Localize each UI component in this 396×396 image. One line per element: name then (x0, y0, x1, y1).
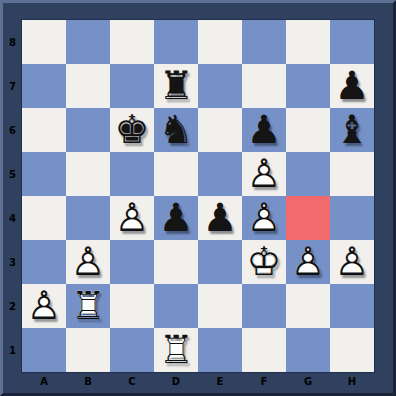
white-rook[interactable]: ♜♖ (66, 284, 110, 328)
file-label-d: D (154, 372, 198, 391)
square-d6[interactable]: ♞ (154, 108, 198, 152)
square-b1[interactable] (66, 328, 110, 372)
square-b7[interactable] (66, 64, 110, 108)
black-pawn[interactable]: ♟ (242, 108, 286, 152)
file-label-g: G (286, 372, 330, 391)
black-bishop[interactable]: ♝ (330, 108, 374, 152)
square-d4[interactable]: ♟ (154, 196, 198, 240)
black-knight[interactable]: ♞ (154, 108, 198, 152)
square-f4[interactable]: ♟♙ (242, 196, 286, 240)
square-b6[interactable] (66, 108, 110, 152)
file-labels: ABCDEFGH (22, 372, 374, 391)
square-g6[interactable] (286, 108, 330, 152)
rank-label-1: 1 (3, 328, 22, 372)
square-h6[interactable]: ♝ (330, 108, 374, 152)
white-pawn[interactable]: ♟♙ (22, 284, 66, 328)
square-e3[interactable] (198, 240, 242, 284)
file-label-h: H (330, 372, 374, 391)
rank-label-2: 2 (3, 284, 22, 328)
square-d3[interactable] (154, 240, 198, 284)
rank-label-5: 5 (3, 152, 22, 196)
square-h7[interactable]: ♟ (330, 64, 374, 108)
file-label-a: A (22, 372, 66, 391)
square-a4[interactable] (22, 196, 66, 240)
square-g7[interactable] (286, 64, 330, 108)
chess-board: ♜♟♚♞♟♝♟♙♟♙♟♟♟♙♟♙♚♔♟♙♟♙♟♙♜♖♜♖ (22, 20, 374, 372)
square-a6[interactable] (22, 108, 66, 152)
file-label-e: E (198, 372, 242, 391)
square-g1[interactable] (286, 328, 330, 372)
square-f5[interactable]: ♟♙ (242, 152, 286, 196)
square-f3[interactable]: ♚♔ (242, 240, 286, 284)
square-h4[interactable] (330, 196, 374, 240)
square-f7[interactable] (242, 64, 286, 108)
square-h8[interactable] (330, 20, 374, 64)
white-king[interactable]: ♚♔ (242, 240, 286, 284)
black-pawn[interactable]: ♟ (154, 196, 198, 240)
square-f8[interactable] (242, 20, 286, 64)
square-c4[interactable]: ♟♙ (110, 196, 154, 240)
square-g4[interactable] (286, 196, 330, 240)
white-pawn[interactable]: ♟♙ (242, 196, 286, 240)
square-e1[interactable] (198, 328, 242, 372)
square-f2[interactable] (242, 284, 286, 328)
square-e4[interactable]: ♟ (198, 196, 242, 240)
rank-label-8: 8 (3, 20, 22, 64)
square-d7[interactable]: ♜ (154, 64, 198, 108)
square-e2[interactable] (198, 284, 242, 328)
square-c3[interactable] (110, 240, 154, 284)
square-c1[interactable] (110, 328, 154, 372)
square-c6[interactable]: ♚ (110, 108, 154, 152)
square-h2[interactable] (330, 284, 374, 328)
rank-label-6: 6 (3, 108, 22, 152)
square-a8[interactable] (22, 20, 66, 64)
square-g8[interactable] (286, 20, 330, 64)
square-h1[interactable] (330, 328, 374, 372)
square-h5[interactable] (330, 152, 374, 196)
rank-label-7: 7 (3, 64, 22, 108)
square-c8[interactable] (110, 20, 154, 64)
square-d2[interactable] (154, 284, 198, 328)
square-a7[interactable] (22, 64, 66, 108)
file-label-f: F (242, 372, 286, 391)
rank-labels: 87654321 (3, 20, 22, 372)
rank-label-4: 4 (3, 196, 22, 240)
white-rook[interactable]: ♜♖ (154, 328, 198, 372)
square-g2[interactable] (286, 284, 330, 328)
square-a3[interactable] (22, 240, 66, 284)
white-pawn[interactable]: ♟♙ (66, 240, 110, 284)
square-d5[interactable] (154, 152, 198, 196)
square-e5[interactable] (198, 152, 242, 196)
square-e8[interactable] (198, 20, 242, 64)
square-e6[interactable] (198, 108, 242, 152)
square-a1[interactable] (22, 328, 66, 372)
black-rook[interactable]: ♜ (154, 64, 198, 108)
black-pawn[interactable]: ♟ (198, 196, 242, 240)
square-h3[interactable]: ♟♙ (330, 240, 374, 284)
square-f6[interactable]: ♟ (242, 108, 286, 152)
square-d1[interactable]: ♜♖ (154, 328, 198, 372)
square-g3[interactable]: ♟♙ (286, 240, 330, 284)
white-pawn[interactable]: ♟♙ (110, 196, 154, 240)
square-b3[interactable]: ♟♙ (66, 240, 110, 284)
white-pawn[interactable]: ♟♙ (286, 240, 330, 284)
chess-board-frame: 87654321 ♜♟♚♞♟♝♟♙♟♙♟♟♟♙♟♙♚♔♟♙♟♙♟♙♜♖♜♖ AB… (0, 0, 396, 396)
square-b8[interactable] (66, 20, 110, 64)
square-g5[interactable] (286, 152, 330, 196)
white-pawn[interactable]: ♟♙ (242, 152, 286, 196)
rank-label-3: 3 (3, 240, 22, 284)
file-label-b: B (66, 372, 110, 391)
black-king[interactable]: ♚ (110, 108, 154, 152)
square-b4[interactable] (66, 196, 110, 240)
square-b5[interactable] (66, 152, 110, 196)
square-b2[interactable]: ♜♖ (66, 284, 110, 328)
black-pawn[interactable]: ♟ (330, 64, 374, 108)
square-c7[interactable] (110, 64, 154, 108)
square-e7[interactable] (198, 64, 242, 108)
square-c2[interactable] (110, 284, 154, 328)
file-label-c: C (110, 372, 154, 391)
square-a2[interactable]: ♟♙ (22, 284, 66, 328)
square-f1[interactable] (242, 328, 286, 372)
square-c5[interactable] (110, 152, 154, 196)
square-a5[interactable] (22, 152, 66, 196)
square-d8[interactable] (154, 20, 198, 64)
white-pawn[interactable]: ♟♙ (330, 240, 374, 284)
